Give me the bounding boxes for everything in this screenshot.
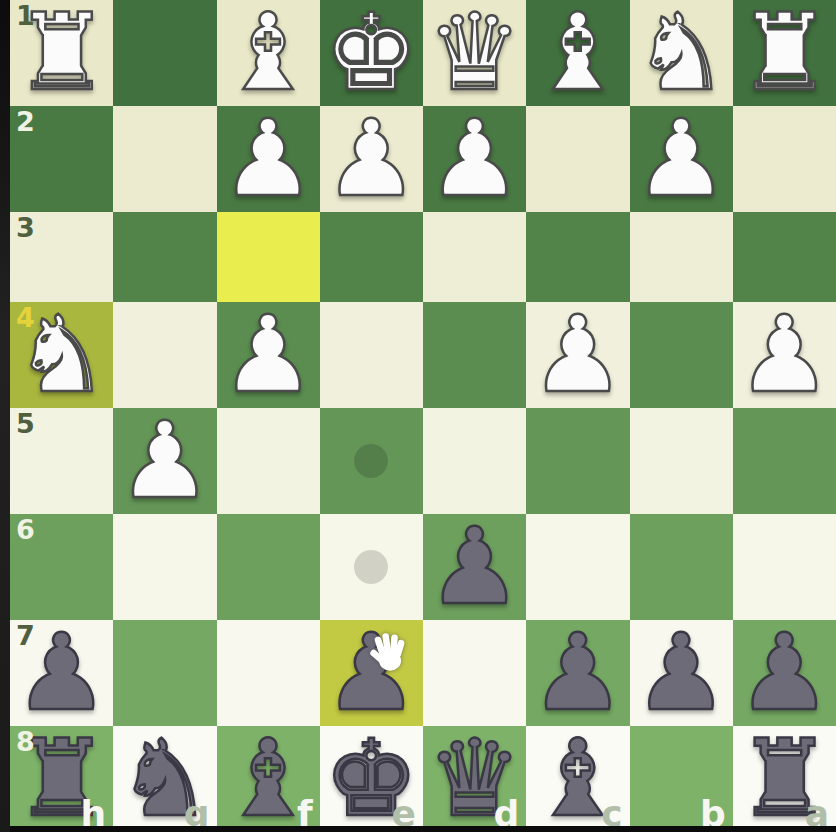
square-c7[interactable]: ♟︎ [526, 620, 629, 726]
square-g4[interactable] [113, 302, 216, 408]
square-g5[interactable]: ♟︎ [113, 408, 216, 514]
square-f5[interactable] [217, 408, 320, 514]
square-b3[interactable] [630, 212, 733, 302]
square-h8[interactable]: 8h♜︎ [10, 726, 113, 832]
square-h1[interactable]: 1♜︎ [10, 0, 113, 106]
square-d2[interactable]: ♟︎ [423, 106, 526, 212]
piece-white-pawn-f4[interactable]: ♟︎ [221, 302, 316, 408]
square-e6[interactable] [320, 514, 423, 620]
piece-black-pawn-a7[interactable]: ♟︎ [737, 620, 832, 726]
rank-label-2: 2 [16, 108, 35, 135]
square-b8[interactable]: b [630, 726, 733, 832]
square-e5[interactable] [320, 408, 423, 514]
square-e2[interactable]: ♟︎ [320, 106, 423, 212]
rank-label-6: 6 [16, 516, 35, 543]
move-hint-dot-e6[interactable] [354, 550, 388, 584]
square-e3[interactable] [320, 212, 423, 302]
screen-bottom-edge [10, 826, 836, 832]
square-g8[interactable]: g♞︎ [113, 726, 216, 832]
square-h6[interactable]: 6 [10, 514, 113, 620]
piece-black-pawn-d6[interactable]: ♟︎ [427, 514, 522, 620]
square-c3[interactable] [526, 212, 629, 302]
square-d8[interactable]: d♛︎ [423, 726, 526, 832]
square-a7[interactable]: ♟︎ [733, 620, 836, 726]
piece-white-pawn-c4[interactable]: ♟︎ [530, 302, 625, 408]
square-g2[interactable] [113, 106, 216, 212]
square-d7[interactable] [423, 620, 526, 726]
square-b5[interactable] [630, 408, 733, 514]
square-h4[interactable]: 4♞︎ [10, 302, 113, 408]
square-b2[interactable]: ♟︎ [630, 106, 733, 212]
phone-screen: 1♜︎♝︎♚︎♛︎♝︎♞︎♜︎2♟︎♟︎♟︎♟︎34♞︎♟︎♟︎♟︎5♟︎6♟︎… [0, 0, 836, 832]
square-d6[interactable]: ♟︎ [423, 514, 526, 620]
square-e1[interactable]: ♚︎ [320, 0, 423, 106]
square-a3[interactable] [733, 212, 836, 302]
square-b7[interactable]: ♟︎ [630, 620, 733, 726]
rank-label-8: 8 [16, 728, 35, 755]
rank-label-1: 1 [16, 2, 35, 29]
square-d4[interactable] [423, 302, 526, 408]
square-c6[interactable] [526, 514, 629, 620]
rank-label-7: 7 [16, 622, 35, 649]
square-d5[interactable] [423, 408, 526, 514]
move-hint-dot-e5[interactable] [354, 444, 388, 478]
square-a5[interactable] [733, 408, 836, 514]
square-h5[interactable]: 5 [10, 408, 113, 514]
piece-black-pawn-c7[interactable]: ♟︎ [530, 620, 625, 726]
piece-white-bishop-c1[interactable]: ♝︎ [530, 0, 625, 106]
piece-white-pawn-a4[interactable]: ♟︎ [737, 302, 832, 408]
piece-white-king-e1[interactable]: ♚︎ [324, 0, 419, 106]
square-a2[interactable] [733, 106, 836, 212]
square-a8[interactable]: a♜︎ [733, 726, 836, 832]
square-c2[interactable] [526, 106, 629, 212]
square-a4[interactable]: ♟︎ [733, 302, 836, 408]
square-c8[interactable]: c♝︎ [526, 726, 629, 832]
square-h2[interactable]: 2 [10, 106, 113, 212]
square-c1[interactable]: ♝︎ [526, 0, 629, 106]
square-e4[interactable] [320, 302, 423, 408]
square-f3[interactable] [217, 212, 320, 302]
piece-white-pawn-g5[interactable]: ♟︎ [117, 408, 212, 514]
square-c5[interactable] [526, 408, 629, 514]
square-f4[interactable]: ♟︎ [217, 302, 320, 408]
touch-hand-icon [367, 630, 411, 674]
square-f8[interactable]: f♝︎ [217, 726, 320, 832]
square-f6[interactable] [217, 514, 320, 620]
chess-board: 1♜︎♝︎♚︎♛︎♝︎♞︎♜︎2♟︎♟︎♟︎♟︎34♞︎♟︎♟︎♟︎5♟︎6♟︎… [10, 0, 836, 832]
square-e7[interactable]: ♟︎ [320, 620, 423, 726]
square-f1[interactable]: ♝︎ [217, 0, 320, 106]
screen-left-bezel [0, 0, 10, 832]
square-h3[interactable]: 3 [10, 212, 113, 302]
piece-black-pawn-b7[interactable]: ♟︎ [634, 620, 729, 726]
piece-white-pawn-b2[interactable]: ♟︎ [634, 106, 729, 212]
square-h7[interactable]: 7♟︎ [10, 620, 113, 726]
piece-white-pawn-e2[interactable]: ♟︎ [324, 106, 419, 212]
square-a6[interactable] [733, 514, 836, 620]
square-g1[interactable] [113, 0, 216, 106]
square-a1[interactable]: ♜︎ [733, 0, 836, 106]
piece-white-bishop-f1[interactable]: ♝︎ [221, 0, 316, 106]
square-b6[interactable] [630, 514, 733, 620]
piece-white-queen-d1[interactable]: ♛︎ [427, 0, 522, 106]
rank-label-3: 3 [16, 214, 35, 241]
piece-white-pawn-f2[interactable]: ♟︎ [221, 106, 316, 212]
square-g3[interactable] [113, 212, 216, 302]
square-b1[interactable]: ♞︎ [630, 0, 733, 106]
square-d1[interactable]: ♛︎ [423, 0, 526, 106]
square-f7[interactable] [217, 620, 320, 726]
square-c4[interactable]: ♟︎ [526, 302, 629, 408]
piece-white-rook-a1[interactable]: ♜︎ [737, 0, 832, 106]
square-f2[interactable]: ♟︎ [217, 106, 320, 212]
square-b4[interactable] [630, 302, 733, 408]
square-g6[interactable] [113, 514, 216, 620]
piece-white-knight-b1[interactable]: ♞︎ [634, 0, 729, 106]
rank-label-5: 5 [16, 410, 35, 437]
square-g7[interactable] [113, 620, 216, 726]
square-e8[interactable]: e♚︎ [320, 726, 423, 832]
square-d3[interactable] [423, 212, 526, 302]
piece-white-pawn-d2[interactable]: ♟︎ [427, 106, 522, 212]
rank-label-4: 4 [16, 304, 35, 331]
